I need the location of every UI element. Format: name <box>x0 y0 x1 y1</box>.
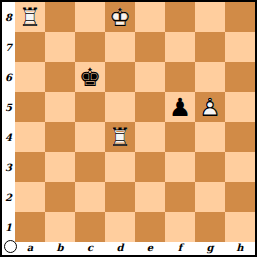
white-pawn[interactable]: ♟♙ <box>195 92 225 122</box>
square-h2[interactable] <box>225 182 255 212</box>
square-a1[interactable] <box>15 212 45 242</box>
square-h6[interactable] <box>225 62 255 92</box>
square-b2[interactable] <box>45 182 75 212</box>
square-b5[interactable] <box>45 92 75 122</box>
square-c1[interactable] <box>75 212 105 242</box>
rank-label-8: 8 <box>2 2 15 32</box>
square-d3[interactable] <box>105 152 135 182</box>
rank-label-6: 6 <box>2 62 15 92</box>
square-b8[interactable] <box>45 2 75 32</box>
square-c3[interactable] <box>75 152 105 182</box>
rank-labels: 87654321 <box>2 2 15 242</box>
square-e6[interactable] <box>135 62 165 92</box>
chess-diagram: 87654321 ♜♖♚♔♚♟♟♙♜♖ abcdefgh <box>0 0 257 257</box>
board: ♜♖♚♔♚♟♟♙♜♖ <box>15 2 255 242</box>
square-e2[interactable] <box>135 182 165 212</box>
square-b4[interactable] <box>45 122 75 152</box>
file-label-h: h <box>225 242 255 255</box>
white-pawn-outline: ♙ <box>195 92 225 122</box>
square-g4[interactable] <box>195 122 225 152</box>
rank-label-2: 2 <box>2 182 15 212</box>
square-h3[interactable] <box>225 152 255 182</box>
black-king[interactable]: ♚ <box>75 62 105 92</box>
square-e1[interactable] <box>135 212 165 242</box>
white-rook-outline: ♖ <box>105 122 135 152</box>
rank-label-3: 3 <box>2 152 15 182</box>
file-label-g: g <box>195 242 225 255</box>
file-label-d: d <box>105 242 135 255</box>
white-king[interactable]: ♚♔ <box>105 2 135 32</box>
square-f4[interactable] <box>165 122 195 152</box>
square-b1[interactable] <box>45 212 75 242</box>
white-rook[interactable]: ♜♖ <box>105 122 135 152</box>
square-a8[interactable]: ♜♖ <box>15 2 45 32</box>
square-e7[interactable] <box>135 32 165 62</box>
square-c2[interactable] <box>75 182 105 212</box>
square-a6[interactable] <box>15 62 45 92</box>
file-label-e: e <box>135 242 165 255</box>
square-a2[interactable] <box>15 182 45 212</box>
black-pawn[interactable]: ♟ <box>165 92 195 122</box>
square-d8[interactable]: ♚♔ <box>105 2 135 32</box>
white-rook-outline: ♖ <box>15 2 45 32</box>
square-a7[interactable] <box>15 32 45 62</box>
square-e4[interactable] <box>135 122 165 152</box>
square-f7[interactable] <box>165 32 195 62</box>
square-f5[interactable]: ♟ <box>165 92 195 122</box>
square-c4[interactable] <box>75 122 105 152</box>
square-f6[interactable] <box>165 62 195 92</box>
file-label-a: a <box>15 242 45 255</box>
file-label-c: c <box>75 242 105 255</box>
square-h7[interactable] <box>225 32 255 62</box>
square-g5[interactable]: ♟♙ <box>195 92 225 122</box>
square-b6[interactable] <box>45 62 75 92</box>
square-g1[interactable] <box>195 212 225 242</box>
square-b7[interactable] <box>45 32 75 62</box>
square-a4[interactable] <box>15 122 45 152</box>
square-d5[interactable] <box>105 92 135 122</box>
square-c5[interactable] <box>75 92 105 122</box>
square-c7[interactable] <box>75 32 105 62</box>
square-g8[interactable] <box>195 2 225 32</box>
square-f1[interactable] <box>165 212 195 242</box>
square-h5[interactable] <box>225 92 255 122</box>
square-g6[interactable] <box>195 62 225 92</box>
square-e5[interactable] <box>135 92 165 122</box>
square-f2[interactable] <box>165 182 195 212</box>
rank-label-4: 4 <box>2 122 15 152</box>
white-to-move-indicator <box>4 240 17 253</box>
white-king-outline: ♔ <box>105 2 135 32</box>
file-label-f: f <box>165 242 195 255</box>
rank-label-1: 1 <box>2 212 15 242</box>
square-h4[interactable] <box>225 122 255 152</box>
file-labels: abcdefgh <box>15 242 255 255</box>
square-a3[interactable] <box>15 152 45 182</box>
square-d2[interactable] <box>105 182 135 212</box>
file-label-b: b <box>45 242 75 255</box>
square-d4[interactable]: ♜♖ <box>105 122 135 152</box>
square-d1[interactable] <box>105 212 135 242</box>
rank-label-7: 7 <box>2 32 15 62</box>
square-d6[interactable] <box>105 62 135 92</box>
square-h1[interactable] <box>225 212 255 242</box>
square-d7[interactable] <box>105 32 135 62</box>
square-g3[interactable] <box>195 152 225 182</box>
square-f3[interactable] <box>165 152 195 182</box>
square-g2[interactable] <box>195 182 225 212</box>
square-c8[interactable] <box>75 2 105 32</box>
square-a5[interactable] <box>15 92 45 122</box>
square-b3[interactable] <box>45 152 75 182</box>
square-c6[interactable]: ♚ <box>75 62 105 92</box>
square-e3[interactable] <box>135 152 165 182</box>
square-h8[interactable] <box>225 2 255 32</box>
square-f8[interactable] <box>165 2 195 32</box>
rank-label-5: 5 <box>2 92 15 122</box>
white-rook[interactable]: ♜♖ <box>15 2 45 32</box>
square-e8[interactable] <box>135 2 165 32</box>
square-g7[interactable] <box>195 32 225 62</box>
